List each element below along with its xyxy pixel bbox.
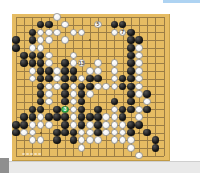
stone-black: [53, 106, 61, 114]
stone-black: [152, 136, 160, 144]
move-number-label: 5: [95, 22, 101, 28]
stone-black: [45, 21, 53, 29]
stone-black: [29, 106, 37, 114]
stone-black: [78, 113, 86, 121]
stone-white: 13: [78, 59, 86, 67]
stone-black: [53, 113, 61, 121]
stone-black: [78, 83, 86, 91]
stone-black: [20, 121, 28, 129]
stone-white: [119, 121, 127, 129]
stone-black: [143, 90, 151, 98]
stone-white: [102, 113, 110, 121]
stone-white: [45, 90, 53, 98]
stone-black: [37, 83, 45, 91]
stone-white: [20, 129, 28, 137]
stone-white: [53, 29, 61, 37]
stone-white: [135, 52, 143, 60]
stone-black: [20, 113, 28, 121]
stone-black: [61, 75, 69, 83]
stone-black: [53, 129, 61, 137]
stone-black: [127, 36, 135, 44]
stone-black: [119, 21, 127, 29]
stone-black: [86, 83, 94, 91]
stone-black: [94, 113, 102, 121]
stone-black: [78, 90, 86, 98]
stone-black: [29, 59, 37, 67]
stone-white: [29, 67, 37, 75]
stone-white: [70, 90, 78, 98]
stone-white: [143, 98, 151, 106]
stone-black: [111, 21, 119, 29]
stone-black: [29, 113, 37, 121]
stone-black: [78, 121, 86, 129]
stone-white: [70, 98, 78, 106]
stone-black: [119, 83, 127, 91]
stone-white: [127, 144, 135, 152]
stone-black: [37, 106, 45, 114]
stone-black: [61, 90, 69, 98]
corner-shadow: [0, 158, 9, 173]
stone-black: [143, 129, 151, 137]
stone-white: [70, 106, 78, 114]
stone-white: [86, 129, 94, 137]
stone-white: [37, 113, 45, 121]
grid-line-vertical: [155, 17, 156, 156]
stone-black: [53, 136, 61, 144]
stone-white: [135, 44, 143, 52]
stone-black: [127, 44, 135, 52]
stone-black: [94, 75, 102, 83]
stone-black: [29, 52, 37, 60]
move-number-label: 7: [120, 30, 126, 36]
stone-black: [12, 129, 20, 137]
stone-white: [135, 113, 143, 121]
stone-white: [135, 75, 143, 83]
top-accent-bar: [163, 0, 200, 3]
stone-white: [94, 136, 102, 144]
stone-black: [37, 75, 45, 83]
stone-white: [70, 59, 78, 67]
stone-black: [119, 106, 127, 114]
stone-white: [94, 67, 102, 75]
stone-white: [45, 29, 53, 37]
stone-white: [61, 36, 69, 44]
stone-black: [61, 98, 69, 106]
stone-white: [111, 67, 119, 75]
stone-black: [152, 144, 160, 152]
stone-white: [94, 59, 102, 67]
stone-white: 5: [94, 21, 102, 29]
stone-white: [37, 44, 45, 52]
move-number-label: 3: [62, 107, 68, 113]
stone-white: [53, 67, 61, 75]
stone-white: [111, 129, 119, 137]
stone-white: [61, 21, 69, 29]
stone-white: [70, 121, 78, 129]
stone-black: [12, 44, 20, 52]
stone-black: [61, 113, 69, 121]
move-number-label: 13: [79, 60, 85, 66]
stone-black: [37, 98, 45, 106]
stone-black: [37, 52, 45, 60]
stone-black: [20, 52, 28, 60]
stone-black: [70, 67, 78, 75]
stone-black: [119, 75, 127, 83]
stone-black: [127, 52, 135, 60]
stone-black: [111, 98, 119, 106]
stone-white: [111, 121, 119, 129]
stone-white: [135, 152, 143, 160]
stone-white: [78, 136, 86, 144]
stone-white: [111, 106, 119, 114]
star-point: [89, 39, 91, 41]
stone-black: [61, 129, 69, 137]
bottom-strip: [0, 161, 200, 173]
stone-white: [111, 75, 119, 83]
stone-white: [45, 59, 53, 67]
stone-black: [94, 106, 102, 114]
stone-black: [94, 129, 102, 137]
stone-white: [86, 136, 94, 144]
stone-white: [29, 129, 37, 137]
screenshot-root: 57133: [0, 0, 200, 173]
stone-white: [111, 29, 119, 37]
stone-white: [37, 136, 45, 144]
stone-black: [127, 121, 135, 129]
stone-black: [70, 136, 78, 144]
stone-white: [37, 36, 45, 44]
stone-white: [70, 29, 78, 37]
stone-last-move-highlight: 3: [61, 106, 69, 114]
stone-white: [127, 136, 135, 144]
stone-white: [86, 67, 94, 75]
stone-black: [61, 67, 69, 75]
stone-white: [45, 52, 53, 60]
stone-black: [135, 121, 143, 129]
star-point: [138, 132, 140, 134]
stone-white: [135, 90, 143, 98]
stone-white: [86, 121, 94, 129]
stone-black: [86, 113, 94, 121]
grid-line-vertical: [164, 17, 165, 156]
stone-black: [61, 121, 69, 129]
stone-white: [29, 121, 37, 129]
stone-black: [45, 75, 53, 83]
stone-black: [70, 75, 78, 83]
stone-white: [29, 75, 37, 83]
stone-black: [12, 36, 20, 44]
stone-white: [135, 106, 143, 114]
stone-white: [111, 83, 119, 91]
stone-white: [78, 29, 86, 37]
stone-black: [127, 83, 135, 91]
stone-white: [70, 52, 78, 60]
stone-white: [45, 83, 53, 91]
stone-black: [78, 106, 86, 114]
stone-white: 7: [119, 29, 127, 37]
stone-black: [37, 90, 45, 98]
stone-black: [37, 59, 45, 67]
stone-black: [61, 83, 69, 91]
stone-black: [127, 129, 135, 137]
stone-black: [127, 98, 135, 106]
stone-white: [70, 83, 78, 91]
stone-black: [45, 113, 53, 121]
grid-line-horizontal: [16, 148, 164, 149]
stone-white: [86, 90, 94, 98]
stone-white: [111, 113, 119, 121]
stone-white: [53, 83, 61, 91]
stone-black: [127, 59, 135, 67]
stone-white: [111, 59, 119, 67]
stone-black: [143, 106, 151, 114]
stone-white: [45, 98, 53, 106]
stone-black: [61, 59, 69, 67]
stone-white: [102, 129, 110, 137]
star-point: [40, 132, 42, 134]
stone-white: [135, 83, 143, 91]
stone-black: [29, 36, 37, 44]
stone-white: [70, 113, 78, 121]
stone-white: [102, 121, 110, 129]
stone-white: [78, 75, 86, 83]
stone-black: [12, 121, 20, 129]
stone-white: [119, 129, 127, 137]
stone-white: [135, 67, 143, 75]
stone-white: [78, 144, 86, 152]
stone-white: [37, 121, 45, 129]
stone-white: [37, 29, 45, 37]
stone-white: [94, 83, 102, 91]
stone-black: [78, 98, 86, 106]
stone-black: [70, 129, 78, 137]
go-board[interactable]: 57133: [12, 14, 170, 161]
stone-black: [37, 21, 45, 29]
stone-white: [29, 136, 37, 144]
stone-white: [45, 36, 53, 44]
stone-white: [53, 13, 61, 21]
stone-white: [111, 136, 119, 144]
stone-black: [94, 121, 102, 129]
stone-black: [127, 75, 135, 83]
stone-black: [127, 29, 135, 37]
stone-black: [29, 29, 37, 37]
stone-black: [135, 36, 143, 44]
stone-black: [37, 67, 45, 75]
stone-white: [135, 59, 143, 67]
stone-white: [78, 129, 86, 137]
stone-black: [20, 59, 28, 67]
stone-black: [86, 75, 94, 83]
stone-black: [127, 106, 135, 114]
stone-white: [53, 75, 61, 83]
stone-black: [45, 67, 53, 75]
watermark: [22, 153, 41, 155]
stone-black: [127, 90, 135, 98]
stone-white: [45, 121, 53, 129]
stone-black: [119, 113, 127, 121]
stone-white: [119, 136, 127, 144]
stone-black: [127, 67, 135, 75]
stone-white: [29, 44, 37, 52]
stone-white: [102, 83, 110, 91]
